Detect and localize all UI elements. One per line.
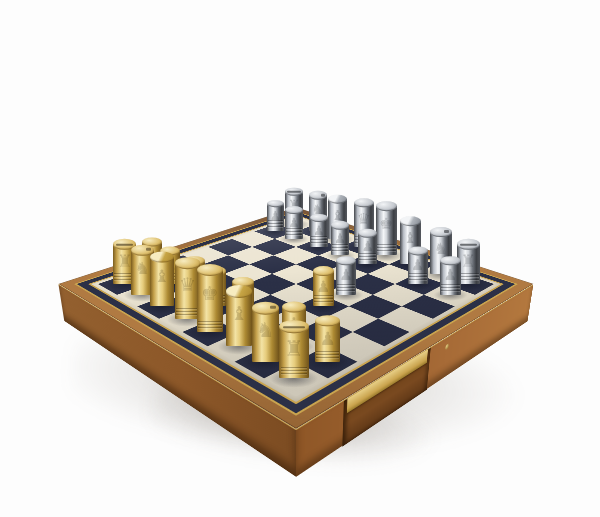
board-square [137, 295, 190, 319]
piece-cylinder-top [113, 239, 136, 250]
rook-slot-cut [460, 244, 477, 246]
board-square [296, 319, 353, 347]
board-square [208, 332, 267, 362]
piece-cylinder-top [142, 237, 161, 246]
product-photo-scene: ♜♞♟♝♟♛♟♚♟♝♟♞♟♜♟♟♜♟♟♟♞♟♟♝♟♛♚♟♝♟♞♜ [0, 0, 600, 517]
board-square [296, 295, 349, 319]
piece-cylinder-top [376, 201, 397, 211]
knight-notch-cut [146, 248, 151, 251]
board-square [159, 306, 214, 332]
piece-cylinder-top [457, 239, 480, 250]
board-square [264, 362, 328, 397]
piece-cylinder-top [328, 195, 347, 204]
piece-cylinder-top [354, 198, 374, 207]
brass-screw-icon [445, 343, 449, 350]
rook-slot-cut [116, 244, 133, 246]
board-square [373, 284, 424, 306]
piece-type-glyph: ♛ [354, 212, 374, 227]
piece-cylinder-top [400, 216, 421, 226]
rook-slot-cut [287, 191, 301, 193]
board-square [243, 295, 296, 319]
board-square [269, 306, 324, 332]
board-square [402, 295, 455, 319]
knight-notch-cut [321, 193, 325, 196]
board-square [323, 306, 378, 332]
board-square [349, 295, 402, 319]
board-square [296, 346, 357, 378]
board-square [190, 295, 243, 319]
board-square [168, 284, 219, 306]
piece-cylinder-top [309, 191, 327, 199]
board-square [235, 346, 296, 378]
board-square [270, 284, 321, 306]
board-square [182, 319, 239, 347]
board-square [378, 306, 433, 332]
board-square [117, 284, 168, 306]
piece-type-glyph: ♚ [376, 217, 397, 233]
board-square [267, 332, 326, 362]
board-square [325, 332, 384, 362]
board-square [353, 319, 410, 347]
knight-notch-cut [444, 230, 449, 233]
board-square [239, 319, 296, 347]
piece-cylinder-top [285, 187, 304, 196]
board-square [322, 284, 373, 306]
piece-cylinder-top [430, 227, 451, 237]
board-square [424, 284, 475, 306]
board-square [219, 284, 270, 306]
piece-cylinder-top [267, 200, 284, 208]
board-square [214, 306, 269, 332]
